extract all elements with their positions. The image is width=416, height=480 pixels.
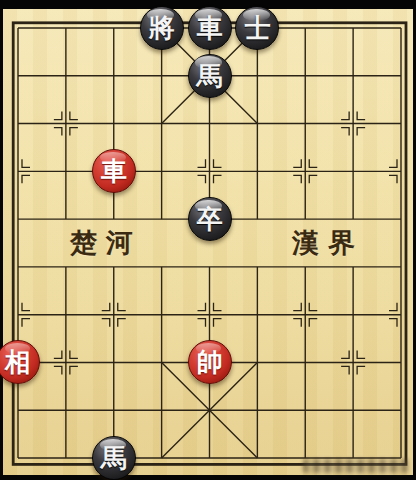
black-horse-piece[interactable]: 馬 (92, 436, 136, 480)
piece-character: 士 (244, 15, 270, 41)
piece-character: 車 (197, 15, 223, 41)
app-window: { "game": "xiangqi", "position": { "fen"… (0, 0, 416, 480)
piece-character: 車 (101, 158, 127, 184)
red-chariot-piece[interactable]: 車 (92, 149, 136, 193)
black-horse-piece[interactable]: 馬 (188, 54, 232, 98)
piece-character: 帥 (197, 349, 223, 375)
piece-character: 馬 (101, 445, 127, 471)
black-chariot-piece[interactable]: 車 (188, 6, 232, 50)
red-general-piece[interactable]: 帥 (188, 340, 232, 384)
piece-layer[interactable]: 將車士馬車卒相帥馬 (0, 4, 416, 480)
black-soldier-piece[interactable]: 卒 (188, 197, 232, 241)
black-advisor-piece[interactable]: 士 (235, 6, 279, 50)
piece-character: 卒 (197, 206, 223, 232)
watermark (303, 459, 409, 473)
piece-character: 馬 (197, 63, 223, 89)
red-elephant-piece[interactable]: 相 (0, 340, 40, 384)
piece-character: 相 (5, 349, 31, 375)
piece-character: 將 (149, 15, 175, 41)
black-general-piece[interactable]: 將 (140, 6, 184, 50)
